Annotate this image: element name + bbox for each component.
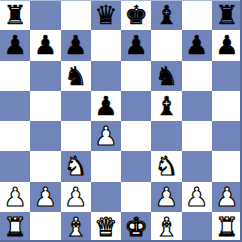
square-g7[interactable]: ♟ bbox=[182, 30, 212, 60]
square-d2[interactable] bbox=[91, 182, 121, 212]
white-bishop-f1[interactable]: ♝ bbox=[155, 212, 178, 242]
white-bishop-c1[interactable]: ♝ bbox=[64, 212, 87, 242]
white-rook-a1[interactable]: ♜ bbox=[3, 212, 26, 242]
square-e5[interactable] bbox=[121, 91, 151, 121]
square-b5[interactable] bbox=[30, 91, 60, 121]
square-h2[interactable]: ♟ bbox=[212, 182, 242, 212]
white-king-e1[interactable]: ♚ bbox=[124, 212, 147, 242]
square-h5[interactable] bbox=[212, 91, 242, 121]
black-pawn-h7[interactable]: ♟ bbox=[215, 30, 238, 60]
white-pawn-d4[interactable]: ♟ bbox=[94, 121, 117, 151]
square-a3[interactable] bbox=[0, 151, 30, 181]
square-b8[interactable] bbox=[30, 0, 60, 30]
square-e8[interactable]: ♚ bbox=[121, 0, 151, 30]
black-king-e8[interactable]: ♚ bbox=[124, 0, 147, 30]
white-pawn-f2[interactable]: ♟ bbox=[155, 182, 178, 212]
square-f3[interactable]: ♞ bbox=[151, 151, 181, 181]
black-queen-d8[interactable]: ♛ bbox=[94, 0, 117, 30]
white-pawn-a2[interactable]: ♟ bbox=[3, 182, 26, 212]
square-h8[interactable]: ♜ bbox=[212, 0, 242, 30]
square-a7[interactable]: ♟ bbox=[0, 30, 30, 60]
square-e4[interactable] bbox=[121, 121, 151, 151]
white-queen-d1[interactable]: ♛ bbox=[94, 212, 117, 242]
square-a5[interactable] bbox=[0, 91, 30, 121]
black-pawn-a7[interactable]: ♟ bbox=[3, 30, 26, 60]
square-a4[interactable] bbox=[0, 121, 30, 151]
black-bishop-f8[interactable]: ♝ bbox=[155, 0, 178, 30]
black-rook-a8[interactable]: ♜ bbox=[3, 0, 26, 30]
square-c6[interactable]: ♞ bbox=[61, 61, 91, 91]
chess-board[interactable]: ♜♛♚♝♜♟♟♟♟♟♟♞♞♟♝♟♞♞♟♟♟♟♟♟♜♝♛♚♝♜ bbox=[0, 0, 242, 242]
square-e2[interactable] bbox=[121, 182, 151, 212]
square-c4[interactable] bbox=[61, 121, 91, 151]
square-e3[interactable] bbox=[121, 151, 151, 181]
square-c5[interactable] bbox=[61, 91, 91, 121]
black-rook-h8[interactable]: ♜ bbox=[215, 0, 238, 30]
square-g2[interactable]: ♟ bbox=[182, 182, 212, 212]
square-a6[interactable] bbox=[0, 61, 30, 91]
black-pawn-d5[interactable]: ♟ bbox=[94, 91, 117, 121]
square-e1[interactable]: ♚ bbox=[121, 212, 151, 242]
square-b7[interactable]: ♟ bbox=[30, 30, 60, 60]
square-b4[interactable] bbox=[30, 121, 60, 151]
square-g1[interactable] bbox=[182, 212, 212, 242]
square-c7[interactable]: ♟ bbox=[61, 30, 91, 60]
square-f6[interactable]: ♞ bbox=[151, 61, 181, 91]
black-knight-f6[interactable]: ♞ bbox=[155, 61, 178, 91]
white-pawn-b2[interactable]: ♟ bbox=[34, 182, 57, 212]
square-h1[interactable]: ♜ bbox=[212, 212, 242, 242]
square-b3[interactable] bbox=[30, 151, 60, 181]
square-d3[interactable] bbox=[91, 151, 121, 181]
square-d8[interactable]: ♛ bbox=[91, 0, 121, 30]
square-c8[interactable] bbox=[61, 0, 91, 30]
square-g4[interactable] bbox=[182, 121, 212, 151]
square-e7[interactable]: ♟ bbox=[121, 30, 151, 60]
square-g6[interactable] bbox=[182, 61, 212, 91]
square-d7[interactable] bbox=[91, 30, 121, 60]
square-c2[interactable]: ♟ bbox=[61, 182, 91, 212]
white-rook-h1[interactable]: ♜ bbox=[215, 212, 238, 242]
square-g5[interactable] bbox=[182, 91, 212, 121]
square-b1[interactable] bbox=[30, 212, 60, 242]
square-b2[interactable]: ♟ bbox=[30, 182, 60, 212]
white-knight-f3[interactable]: ♞ bbox=[155, 151, 178, 181]
square-d1[interactable]: ♛ bbox=[91, 212, 121, 242]
square-h6[interactable] bbox=[212, 61, 242, 91]
square-e6[interactable] bbox=[121, 61, 151, 91]
square-d4[interactable]: ♟ bbox=[91, 121, 121, 151]
white-pawn-g2[interactable]: ♟ bbox=[185, 182, 208, 212]
black-knight-c6[interactable]: ♞ bbox=[64, 61, 87, 91]
white-pawn-h2[interactable]: ♟ bbox=[215, 182, 238, 212]
square-f5[interactable]: ♝ bbox=[151, 91, 181, 121]
square-b6[interactable] bbox=[30, 61, 60, 91]
square-c3[interactable]: ♞ bbox=[61, 151, 91, 181]
black-pawn-c7[interactable]: ♟ bbox=[64, 30, 87, 60]
black-pawn-e7[interactable]: ♟ bbox=[124, 30, 147, 60]
white-knight-c3[interactable]: ♞ bbox=[64, 151, 87, 181]
square-g3[interactable] bbox=[182, 151, 212, 181]
square-c1[interactable]: ♝ bbox=[61, 212, 91, 242]
white-pawn-c2[interactable]: ♟ bbox=[64, 182, 87, 212]
black-pawn-g7[interactable]: ♟ bbox=[185, 30, 208, 60]
square-f4[interactable] bbox=[151, 121, 181, 151]
black-pawn-b7[interactable]: ♟ bbox=[34, 30, 57, 60]
square-g8[interactable] bbox=[182, 0, 212, 30]
square-f1[interactable]: ♝ bbox=[151, 212, 181, 242]
square-h3[interactable] bbox=[212, 151, 242, 181]
square-a1[interactable]: ♜ bbox=[0, 212, 30, 242]
square-f7[interactable] bbox=[151, 30, 181, 60]
square-h7[interactable]: ♟ bbox=[212, 30, 242, 60]
black-bishop-f5[interactable]: ♝ bbox=[155, 91, 178, 121]
square-a8[interactable]: ♜ bbox=[0, 0, 30, 30]
square-f8[interactable]: ♝ bbox=[151, 0, 181, 30]
chess-board-container: ♜♛♚♝♜♟♟♟♟♟♟♞♞♟♝♟♞♞♟♟♟♟♟♟♜♝♛♚♝♜ bbox=[0, 0, 242, 242]
square-d5[interactable]: ♟ bbox=[91, 91, 121, 121]
square-f2[interactable]: ♟ bbox=[151, 182, 181, 212]
square-d6[interactable] bbox=[91, 61, 121, 91]
square-a2[interactable]: ♟ bbox=[0, 182, 30, 212]
square-h4[interactable] bbox=[212, 121, 242, 151]
